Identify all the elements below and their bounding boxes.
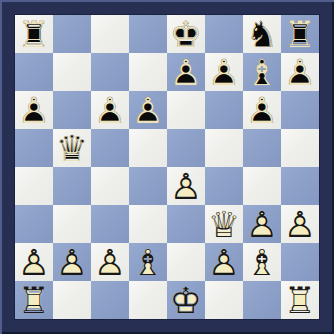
square-f8[interactable] xyxy=(205,15,243,53)
square-f6[interactable] xyxy=(205,91,243,129)
square-h2[interactable] xyxy=(281,243,319,281)
black-pawn-outline-glyph: ♙ xyxy=(91,91,129,129)
square-b2[interactable]: ♟♙ xyxy=(53,243,91,281)
square-f3[interactable]: ♛♕ xyxy=(205,205,243,243)
square-e5[interactable] xyxy=(167,129,205,167)
black-rook-outline-glyph: ♖ xyxy=(15,15,53,53)
piece-black-pawn-e7[interactable]: ♟♙ xyxy=(167,53,205,91)
square-a5[interactable] xyxy=(15,129,53,167)
white-king-outline-glyph: ♔ xyxy=(167,281,205,319)
square-a1[interactable]: ♜♖ xyxy=(15,281,53,319)
square-h5[interactable] xyxy=(281,129,319,167)
square-c1[interactable] xyxy=(91,281,129,319)
square-c5[interactable] xyxy=(91,129,129,167)
square-h4[interactable] xyxy=(281,167,319,205)
square-a4[interactable] xyxy=(15,167,53,205)
white-pawn-outline-glyph: ♙ xyxy=(15,243,53,281)
square-e2[interactable] xyxy=(167,243,205,281)
white-rook-outline-glyph: ♖ xyxy=(281,281,319,319)
square-d8[interactable] xyxy=(129,15,167,53)
piece-white-pawn-c2[interactable]: ♟♙ xyxy=(91,243,129,281)
piece-black-pawn-c6[interactable]: ♟♙ xyxy=(91,91,129,129)
square-c2[interactable]: ♟♙ xyxy=(91,243,129,281)
square-c8[interactable] xyxy=(91,15,129,53)
square-g6[interactable]: ♟♙ xyxy=(243,91,281,129)
white-pawn-outline-glyph: ♙ xyxy=(53,243,91,281)
black-rook-outline-glyph: ♖ xyxy=(281,15,319,53)
white-rook-outline-glyph: ♖ xyxy=(15,281,53,319)
square-b8[interactable] xyxy=(53,15,91,53)
piece-black-pawn-g6[interactable]: ♟♙ xyxy=(243,91,281,129)
piece-black-pawn-f7[interactable]: ♟♙ xyxy=(205,53,243,91)
square-e6[interactable] xyxy=(167,91,205,129)
square-h7[interactable]: ♟♙ xyxy=(281,53,319,91)
piece-black-rook-h8[interactable]: ♜♖ xyxy=(281,15,319,53)
black-queen-outline-glyph: ♕ xyxy=(53,129,91,167)
square-h1[interactable]: ♜♖ xyxy=(281,281,319,319)
square-f5[interactable] xyxy=(205,129,243,167)
square-d1[interactable] xyxy=(129,281,167,319)
black-pawn-outline-glyph: ♙ xyxy=(15,91,53,129)
square-b3[interactable] xyxy=(53,205,91,243)
square-b4[interactable] xyxy=(53,167,91,205)
square-c6[interactable]: ♟♙ xyxy=(91,91,129,129)
square-e4[interactable]: ♟♙ xyxy=(167,167,205,205)
piece-white-pawn-g3[interactable]: ♟♙ xyxy=(243,205,281,243)
black-pawn-outline-glyph: ♙ xyxy=(205,53,243,91)
square-b1[interactable] xyxy=(53,281,91,319)
piece-white-pawn-h3[interactable]: ♟♙ xyxy=(281,205,319,243)
square-e7[interactable]: ♟♙ xyxy=(167,53,205,91)
square-g4[interactable] xyxy=(243,167,281,205)
square-f1[interactable] xyxy=(205,281,243,319)
chess-board: ♜♖♚♔♞♘♜♖♟♙♟♙♝♗♟♙♟♙♟♙♟♙♟♙♛♕♟♙♛♕♟♙♟♙♟♙♟♙♟♙… xyxy=(15,15,319,319)
square-e1[interactable]: ♚♔ xyxy=(167,281,205,319)
square-b5[interactable]: ♛♕ xyxy=(53,129,91,167)
piece-black-queen-b5[interactable]: ♛♕ xyxy=(53,129,91,167)
piece-white-king-e1[interactable]: ♚♔ xyxy=(167,281,205,319)
square-d5[interactable] xyxy=(129,129,167,167)
white-pawn-outline-glyph: ♙ xyxy=(205,243,243,281)
square-g5[interactable] xyxy=(243,129,281,167)
square-e8[interactable]: ♚♔ xyxy=(167,15,205,53)
white-pawn-outline-glyph: ♙ xyxy=(167,167,205,205)
black-pawn-outline-glyph: ♙ xyxy=(129,91,167,129)
black-pawn-outline-glyph: ♙ xyxy=(281,53,319,91)
square-g3[interactable]: ♟♙ xyxy=(243,205,281,243)
piece-black-pawn-a6[interactable]: ♟♙ xyxy=(15,91,53,129)
square-d4[interactable] xyxy=(129,167,167,205)
white-bishop-outline-glyph: ♗ xyxy=(243,243,281,281)
square-a2[interactable]: ♟♙ xyxy=(15,243,53,281)
white-pawn-outline-glyph: ♙ xyxy=(243,205,281,243)
square-g7[interactable]: ♝♗ xyxy=(243,53,281,91)
square-a3[interactable] xyxy=(15,205,53,243)
square-f7[interactable]: ♟♙ xyxy=(205,53,243,91)
square-h6[interactable] xyxy=(281,91,319,129)
piece-white-rook-a1[interactable]: ♜♖ xyxy=(15,281,53,319)
piece-black-rook-a8[interactable]: ♜♖ xyxy=(15,15,53,53)
square-b6[interactable] xyxy=(53,91,91,129)
square-g2[interactable]: ♝♗ xyxy=(243,243,281,281)
piece-white-pawn-b2[interactable]: ♟♙ xyxy=(53,243,91,281)
square-c4[interactable] xyxy=(91,167,129,205)
black-king-outline-glyph: ♔ xyxy=(167,15,205,53)
piece-white-pawn-e4[interactable]: ♟♙ xyxy=(167,167,205,205)
square-c7[interactable] xyxy=(91,53,129,91)
square-b7[interactable] xyxy=(53,53,91,91)
black-pawn-outline-glyph: ♙ xyxy=(167,53,205,91)
square-a6[interactable]: ♟♙ xyxy=(15,91,53,129)
piece-white-queen-f3[interactable]: ♛♕ xyxy=(205,205,243,243)
square-d3[interactable] xyxy=(129,205,167,243)
square-a7[interactable] xyxy=(15,53,53,91)
square-d2[interactable]: ♝♗ xyxy=(129,243,167,281)
black-bishop-outline-glyph: ♗ xyxy=(243,53,281,91)
piece-white-pawn-f2[interactable]: ♟♙ xyxy=(205,243,243,281)
square-e3[interactable] xyxy=(167,205,205,243)
square-f2[interactable]: ♟♙ xyxy=(205,243,243,281)
white-pawn-outline-glyph: ♙ xyxy=(281,205,319,243)
square-d6[interactable]: ♟♙ xyxy=(129,91,167,129)
piece-black-pawn-h7[interactable]: ♟♙ xyxy=(281,53,319,91)
piece-black-pawn-d6[interactable]: ♟♙ xyxy=(129,91,167,129)
white-pawn-outline-glyph: ♙ xyxy=(91,243,129,281)
square-c3[interactable] xyxy=(91,205,129,243)
piece-white-bishop-g2[interactable]: ♝♗ xyxy=(243,243,281,281)
black-knight-outline-glyph: ♘ xyxy=(243,15,281,53)
piece-black-bishop-g7[interactable]: ♝♗ xyxy=(243,53,281,91)
white-queen-outline-glyph: ♕ xyxy=(205,205,243,243)
piece-white-bishop-d2[interactable]: ♝♗ xyxy=(129,243,167,281)
black-pawn-outline-glyph: ♙ xyxy=(243,91,281,129)
piece-white-pawn-a2[interactable]: ♟♙ xyxy=(15,243,53,281)
square-h3[interactable]: ♟♙ xyxy=(281,205,319,243)
square-g1[interactable] xyxy=(243,281,281,319)
white-bishop-outline-glyph: ♗ xyxy=(129,243,167,281)
piece-black-knight-g8[interactable]: ♞♘ xyxy=(243,15,281,53)
square-g8[interactable]: ♞♘ xyxy=(243,15,281,53)
board-frame: ♜♖♚♔♞♘♜♖♟♙♟♙♝♗♟♙♟♙♟♙♟♙♟♙♛♕♟♙♛♕♟♙♟♙♟♙♟♙♟♙… xyxy=(0,0,334,334)
square-d7[interactable] xyxy=(129,53,167,91)
square-h8[interactable]: ♜♖ xyxy=(281,15,319,53)
square-a8[interactable]: ♜♖ xyxy=(15,15,53,53)
piece-black-king-e8[interactable]: ♚♔ xyxy=(167,15,205,53)
square-f4[interactable] xyxy=(205,167,243,205)
piece-white-rook-h1[interactable]: ♜♖ xyxy=(281,281,319,319)
